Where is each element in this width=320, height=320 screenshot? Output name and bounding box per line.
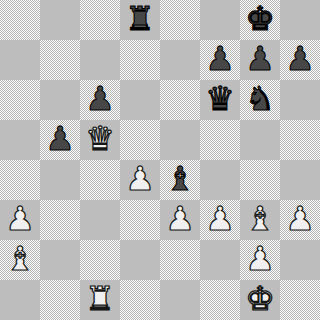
square-e1[interactable]	[160, 280, 200, 320]
square-d5[interactable]	[120, 120, 160, 160]
square-f7[interactable]: ♟	[200, 40, 240, 80]
square-a5[interactable]	[0, 120, 40, 160]
square-g2[interactable]: ♟	[240, 240, 280, 280]
piece-black-queen-f6[interactable]: ♛	[205, 79, 235, 119]
piece-black-rook-d8[interactable]: ♜	[125, 0, 155, 39]
piece-white-bishop-a2[interactable]: ♝	[5, 239, 35, 279]
square-e3[interactable]: ♟	[160, 200, 200, 240]
square-f2[interactable]	[200, 240, 240, 280]
square-a6[interactable]	[0, 80, 40, 120]
square-d6[interactable]	[120, 80, 160, 120]
square-f8[interactable]	[200, 0, 240, 40]
square-e6[interactable]	[160, 80, 200, 120]
square-h6[interactable]	[280, 80, 320, 120]
square-e5[interactable]	[160, 120, 200, 160]
piece-black-pawn-c6[interactable]: ♟	[85, 79, 115, 119]
square-a8[interactable]	[0, 0, 40, 40]
square-b7[interactable]	[40, 40, 80, 80]
piece-white-pawn-e3[interactable]: ♟	[165, 199, 195, 239]
square-b3[interactable]	[40, 200, 80, 240]
square-f4[interactable]	[200, 160, 240, 200]
piece-white-bishop-g3[interactable]: ♝	[245, 199, 275, 239]
square-e8[interactable]	[160, 0, 200, 40]
square-c2[interactable]	[80, 240, 120, 280]
square-g8[interactable]: ♚	[240, 0, 280, 40]
piece-white-king-g1[interactable]: ♚	[245, 279, 275, 319]
square-h8[interactable]	[280, 0, 320, 40]
square-a4[interactable]	[0, 160, 40, 200]
square-f5[interactable]	[200, 120, 240, 160]
square-b1[interactable]	[40, 280, 80, 320]
square-f3[interactable]: ♟	[200, 200, 240, 240]
square-e7[interactable]	[160, 40, 200, 80]
square-d3[interactable]	[120, 200, 160, 240]
piece-white-queen-c5[interactable]: ♛	[85, 119, 115, 159]
square-a7[interactable]	[0, 40, 40, 80]
square-e2[interactable]	[160, 240, 200, 280]
piece-black-king-g8[interactable]: ♚	[245, 0, 275, 39]
square-h7[interactable]: ♟	[280, 40, 320, 80]
square-b8[interactable]	[40, 0, 80, 40]
piece-black-pawn-f7[interactable]: ♟	[205, 39, 235, 79]
square-a1[interactable]	[0, 280, 40, 320]
square-c8[interactable]	[80, 0, 120, 40]
piece-black-knight-g6[interactable]: ♞	[245, 79, 275, 119]
square-e4[interactable]: ♝	[160, 160, 200, 200]
square-a3[interactable]: ♟	[0, 200, 40, 240]
piece-white-rook-c1[interactable]: ♜	[85, 279, 115, 319]
square-g7[interactable]: ♟	[240, 40, 280, 80]
square-g5[interactable]	[240, 120, 280, 160]
square-d4[interactable]: ♟	[120, 160, 160, 200]
square-c4[interactable]	[80, 160, 120, 200]
piece-white-pawn-g2[interactable]: ♟	[245, 239, 275, 279]
square-a2[interactable]: ♝	[0, 240, 40, 280]
square-g1[interactable]: ♚	[240, 280, 280, 320]
square-f6[interactable]: ♛	[200, 80, 240, 120]
square-b5[interactable]: ♟	[40, 120, 80, 160]
square-h3[interactable]: ♟	[280, 200, 320, 240]
piece-black-pawn-h7[interactable]: ♟	[285, 39, 315, 79]
piece-black-bishop-e4[interactable]: ♝	[165, 159, 195, 199]
piece-black-pawn-g7[interactable]: ♟	[245, 39, 275, 79]
square-h1[interactable]	[280, 280, 320, 320]
piece-white-pawn-a3[interactable]: ♟	[5, 199, 35, 239]
piece-white-pawn-d4[interactable]: ♟	[125, 159, 155, 199]
square-b6[interactable]	[40, 80, 80, 120]
square-h2[interactable]	[280, 240, 320, 280]
square-g4[interactable]	[240, 160, 280, 200]
square-h4[interactable]	[280, 160, 320, 200]
square-c5[interactable]: ♛	[80, 120, 120, 160]
square-b2[interactable]	[40, 240, 80, 280]
square-c7[interactable]	[80, 40, 120, 80]
square-f1[interactable]	[200, 280, 240, 320]
square-b4[interactable]	[40, 160, 80, 200]
square-c1[interactable]: ♜	[80, 280, 120, 320]
chess-board: ♜♚♟♟♟♟♛♞♟♛♟♝♟♟♟♝♟♝♟♜♚	[0, 0, 320, 320]
square-d7[interactable]	[120, 40, 160, 80]
square-h5[interactable]	[280, 120, 320, 160]
piece-white-pawn-h3[interactable]: ♟	[285, 199, 315, 239]
square-g3[interactable]: ♝	[240, 200, 280, 240]
square-d1[interactable]	[120, 280, 160, 320]
square-c3[interactable]	[80, 200, 120, 240]
square-d2[interactable]	[120, 240, 160, 280]
square-c6[interactable]: ♟	[80, 80, 120, 120]
square-g6[interactable]: ♞	[240, 80, 280, 120]
piece-white-pawn-f3[interactable]: ♟	[205, 199, 235, 239]
square-d8[interactable]: ♜	[120, 0, 160, 40]
piece-black-pawn-b5[interactable]: ♟	[45, 119, 75, 159]
